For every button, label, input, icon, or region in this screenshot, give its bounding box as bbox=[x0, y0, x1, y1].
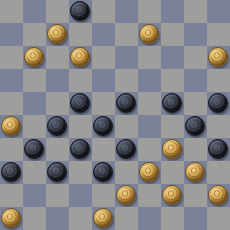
board-square-r6c6[interactable] bbox=[138, 138, 161, 161]
board-square-r3c4[interactable] bbox=[92, 69, 115, 92]
black-checker-piece[interactable] bbox=[70, 93, 90, 113]
board-square-r0c0[interactable] bbox=[0, 0, 23, 23]
gold-checker-piece[interactable] bbox=[185, 162, 205, 182]
board-square-r9c1[interactable] bbox=[23, 207, 46, 230]
board-square-r1c5[interactable] bbox=[115, 23, 138, 46]
board-square-r7c6[interactable] bbox=[138, 161, 161, 184]
checkers-board bbox=[0, 0, 230, 230]
board-square-r4c4[interactable] bbox=[92, 92, 115, 115]
board-square-r9c3[interactable] bbox=[69, 207, 92, 230]
gold-checker-piece[interactable] bbox=[162, 185, 182, 205]
board-square-r5c1[interactable] bbox=[23, 115, 46, 138]
board-square-r4c7[interactable] bbox=[161, 92, 184, 115]
black-checker-piece[interactable] bbox=[208, 139, 228, 159]
board-square-r9c4[interactable] bbox=[92, 207, 115, 230]
board-square-r8c6[interactable] bbox=[138, 184, 161, 207]
board-square-r3c9[interactable] bbox=[207, 69, 230, 92]
gold-checker-piece[interactable] bbox=[70, 47, 90, 67]
gold-checker-piece[interactable] bbox=[1, 116, 21, 136]
board-square-r4c2[interactable] bbox=[46, 92, 69, 115]
board-square-r2c5[interactable] bbox=[115, 46, 138, 69]
board-square-r2c6[interactable] bbox=[138, 46, 161, 69]
board-square-r8c4[interactable] bbox=[92, 184, 115, 207]
board-square-r1c2[interactable] bbox=[46, 23, 69, 46]
board-square-r4c5[interactable] bbox=[115, 92, 138, 115]
board-square-r0c8[interactable] bbox=[184, 0, 207, 23]
board-square-r6c2[interactable] bbox=[46, 138, 69, 161]
board-square-r9c7[interactable] bbox=[161, 207, 184, 230]
board-square-r2c9[interactable] bbox=[207, 46, 230, 69]
board-square-r4c6[interactable] bbox=[138, 92, 161, 115]
board-square-r4c0[interactable] bbox=[0, 92, 23, 115]
board-square-r6c7[interactable] bbox=[161, 138, 184, 161]
board-square-r8c9[interactable] bbox=[207, 184, 230, 207]
board-square-r2c3[interactable] bbox=[69, 46, 92, 69]
board-square-r2c8[interactable] bbox=[184, 46, 207, 69]
black-checker-piece[interactable] bbox=[70, 1, 90, 21]
gold-checker-piece[interactable] bbox=[93, 208, 113, 228]
board-square-r2c4[interactable] bbox=[92, 46, 115, 69]
board-square-r1c0[interactable] bbox=[0, 23, 23, 46]
board-square-r6c3[interactable] bbox=[69, 138, 92, 161]
board-square-r1c4[interactable] bbox=[92, 23, 115, 46]
board-square-r8c2[interactable] bbox=[46, 184, 69, 207]
board-square-r8c7[interactable] bbox=[161, 184, 184, 207]
board-square-r1c8[interactable] bbox=[184, 23, 207, 46]
board-square-r2c2[interactable] bbox=[46, 46, 69, 69]
board-square-r1c9[interactable] bbox=[207, 23, 230, 46]
board-square-r7c0[interactable] bbox=[0, 161, 23, 184]
black-checker-piece[interactable] bbox=[93, 162, 113, 182]
black-checker-piece[interactable] bbox=[116, 139, 136, 159]
board-square-r1c1[interactable] bbox=[23, 23, 46, 46]
board-square-r0c3[interactable] bbox=[69, 0, 92, 23]
gold-checker-piece[interactable] bbox=[24, 47, 44, 67]
board-square-r0c1[interactable] bbox=[23, 0, 46, 23]
gold-checker-piece[interactable] bbox=[139, 162, 159, 182]
board-square-r8c0[interactable] bbox=[0, 184, 23, 207]
board-square-r5c9[interactable] bbox=[207, 115, 230, 138]
board-square-r7c1[interactable] bbox=[23, 161, 46, 184]
board-square-r0c6[interactable] bbox=[138, 0, 161, 23]
board-square-r1c6[interactable] bbox=[138, 23, 161, 46]
board-square-r7c4[interactable] bbox=[92, 161, 115, 184]
gold-checker-piece[interactable] bbox=[116, 185, 136, 205]
gold-checker-piece[interactable] bbox=[208, 185, 228, 205]
board-square-r4c3[interactable] bbox=[69, 92, 92, 115]
board-square-r9c8[interactable] bbox=[184, 207, 207, 230]
board-square-r5c8[interactable] bbox=[184, 115, 207, 138]
board-square-r3c2[interactable] bbox=[46, 69, 69, 92]
board-square-r5c2[interactable] bbox=[46, 115, 69, 138]
board-square-r5c7[interactable] bbox=[161, 115, 184, 138]
board-square-r3c8[interactable] bbox=[184, 69, 207, 92]
board-square-r2c0[interactable] bbox=[0, 46, 23, 69]
board-square-r5c6[interactable] bbox=[138, 115, 161, 138]
board-square-r2c1[interactable] bbox=[23, 46, 46, 69]
black-checker-piece[interactable] bbox=[185, 116, 205, 136]
board-square-r6c5[interactable] bbox=[115, 138, 138, 161]
board-square-r7c8[interactable] bbox=[184, 161, 207, 184]
gold-checker-piece[interactable] bbox=[47, 24, 67, 44]
board-square-r1c7[interactable] bbox=[161, 23, 184, 46]
board-square-r7c3[interactable] bbox=[69, 161, 92, 184]
board-square-r7c7[interactable] bbox=[161, 161, 184, 184]
board-square-r6c0[interactable] bbox=[0, 138, 23, 161]
board-square-r1c3[interactable] bbox=[69, 23, 92, 46]
board-square-r5c5[interactable] bbox=[115, 115, 138, 138]
board-square-r3c3[interactable] bbox=[69, 69, 92, 92]
board-square-r4c1[interactable] bbox=[23, 92, 46, 115]
black-checker-piece[interactable] bbox=[208, 93, 228, 113]
black-checker-piece[interactable] bbox=[24, 139, 44, 159]
board-square-r3c0[interactable] bbox=[0, 69, 23, 92]
board-square-r6c4[interactable] bbox=[92, 138, 115, 161]
board-square-r4c8[interactable] bbox=[184, 92, 207, 115]
black-checker-piece[interactable] bbox=[116, 93, 136, 113]
board-square-r9c2[interactable] bbox=[46, 207, 69, 230]
board-square-r9c0[interactable] bbox=[0, 207, 23, 230]
board-square-r8c1[interactable] bbox=[23, 184, 46, 207]
board-square-r3c6[interactable] bbox=[138, 69, 161, 92]
board-square-r9c6[interactable] bbox=[138, 207, 161, 230]
gold-checker-piece[interactable] bbox=[1, 208, 21, 228]
board-square-r3c1[interactable] bbox=[23, 69, 46, 92]
black-checker-piece[interactable] bbox=[1, 162, 21, 182]
black-checker-piece[interactable] bbox=[47, 116, 67, 136]
board-square-r9c9[interactable] bbox=[207, 207, 230, 230]
black-checker-piece[interactable] bbox=[47, 162, 67, 182]
gold-checker-piece[interactable] bbox=[139, 24, 159, 44]
board-square-r5c3[interactable] bbox=[69, 115, 92, 138]
board-square-r0c5[interactable] bbox=[115, 0, 138, 23]
black-checker-piece[interactable] bbox=[70, 139, 90, 159]
gold-checker-piece[interactable] bbox=[208, 47, 228, 67]
board-square-r8c5[interactable] bbox=[115, 184, 138, 207]
board-square-r6c8[interactable] bbox=[184, 138, 207, 161]
gold-checker-piece[interactable] bbox=[162, 139, 182, 159]
black-checker-piece[interactable] bbox=[93, 116, 113, 136]
board-square-r3c5[interactable] bbox=[115, 69, 138, 92]
board-square-r4c9[interactable] bbox=[207, 92, 230, 115]
board-square-r9c5[interactable] bbox=[115, 207, 138, 230]
board-square-r5c4[interactable] bbox=[92, 115, 115, 138]
board-square-r8c8[interactable] bbox=[184, 184, 207, 207]
board-square-r6c1[interactable] bbox=[23, 138, 46, 161]
board-square-r0c2[interactable] bbox=[46, 0, 69, 23]
board-square-r0c4[interactable] bbox=[92, 0, 115, 23]
board-square-r5c0[interactable] bbox=[0, 115, 23, 138]
board-square-r6c9[interactable] bbox=[207, 138, 230, 161]
board-square-r2c7[interactable] bbox=[161, 46, 184, 69]
board-square-r7c5[interactable] bbox=[115, 161, 138, 184]
board-square-r3c7[interactable] bbox=[161, 69, 184, 92]
black-checker-piece[interactable] bbox=[162, 93, 182, 113]
board-square-r8c3[interactable] bbox=[69, 184, 92, 207]
board-square-r0c9[interactable] bbox=[207, 0, 230, 23]
board-square-r0c7[interactable] bbox=[161, 0, 184, 23]
board-square-r7c9[interactable] bbox=[207, 161, 230, 184]
board-square-r7c2[interactable] bbox=[46, 161, 69, 184]
